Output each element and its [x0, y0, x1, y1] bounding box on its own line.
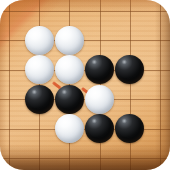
gomoku-app-icon[interactable]: [0, 0, 170, 170]
board-edge-shadow: [0, 0, 170, 170]
